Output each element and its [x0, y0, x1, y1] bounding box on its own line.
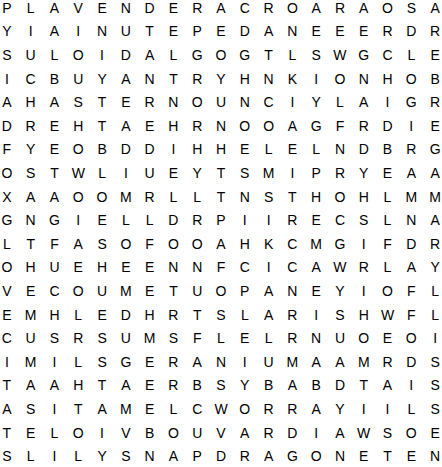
cell-r13c9[interactable]: U — [185, 279, 209, 303]
cell-r7c10[interactable]: H — [209, 138, 233, 162]
cell-r4c15[interactable]: O — [328, 67, 352, 91]
cell-r11c13[interactable]: C — [280, 232, 304, 256]
cell-r18c1[interactable]: A — [0, 397, 19, 421]
cell-r18c4[interactable]: T — [66, 397, 90, 421]
cell-r10c15[interactable]: C — [328, 208, 352, 232]
cell-r3c9[interactable]: G — [185, 43, 209, 67]
cell-r14c2[interactable]: M — [19, 303, 43, 327]
cell-r6c3[interactable]: E — [43, 114, 67, 138]
cell-r12c19[interactable]: Y — [423, 256, 442, 280]
cell-r8c10[interactable]: T — [209, 161, 233, 185]
cell-r12c17[interactable]: L — [376, 256, 400, 280]
cell-r2c18[interactable]: D — [399, 20, 423, 44]
cell-r15c18[interactable]: O — [399, 326, 423, 350]
cell-r14c1[interactable]: E — [0, 303, 19, 327]
cell-r17c16[interactable]: T — [352, 374, 376, 398]
cell-r7c7[interactable]: D — [138, 138, 162, 162]
cell-r20c19[interactable]: N — [423, 444, 442, 467]
cell-r2c10[interactable]: E — [209, 20, 233, 44]
cell-r13c1[interactable]: V — [0, 279, 19, 303]
cell-r6c17[interactable]: D — [376, 114, 400, 138]
cell-r17c6[interactable]: A — [114, 374, 138, 398]
cell-r5c15[interactable]: L — [328, 90, 352, 114]
cell-r4c13[interactable]: K — [280, 67, 304, 91]
cell-r17c7[interactable]: E — [138, 374, 162, 398]
cell-r7c12[interactable]: L — [257, 138, 281, 162]
cell-r2c14[interactable]: E — [304, 20, 328, 44]
cell-r5c13[interactable]: I — [280, 90, 304, 114]
cell-r4c16[interactable]: N — [352, 67, 376, 91]
cell-r1c12[interactable]: R — [257, 0, 281, 20]
cell-r16c3[interactable]: I — [43, 350, 67, 374]
cell-r8c1[interactable]: O — [0, 161, 19, 185]
cell-r6c12[interactable]: O — [257, 114, 281, 138]
cell-r16c5[interactable]: S — [90, 350, 114, 374]
cell-r5c14[interactable]: Y — [304, 90, 328, 114]
cell-r14c6[interactable]: D — [114, 303, 138, 327]
cell-r5c10[interactable]: U — [209, 90, 233, 114]
cell-r9c12[interactable]: S — [257, 185, 281, 209]
cell-r15c8[interactable]: S — [162, 326, 186, 350]
cell-r19c19[interactable]: E — [423, 421, 442, 445]
cell-r2c2[interactable]: I — [19, 20, 43, 44]
cell-r13c7[interactable]: E — [138, 279, 162, 303]
cell-r3c17[interactable]: C — [376, 43, 400, 67]
cell-r18c18[interactable]: L — [399, 397, 423, 421]
cell-r12c1[interactable]: O — [0, 256, 19, 280]
cell-r7c19[interactable]: G — [423, 138, 442, 162]
cell-r3c16[interactable]: G — [352, 43, 376, 67]
cell-r2c4[interactable]: I — [66, 20, 90, 44]
cell-r7c14[interactable]: L — [304, 138, 328, 162]
cell-r7c16[interactable]: D — [352, 138, 376, 162]
cell-r7c8[interactable]: I — [162, 138, 186, 162]
cell-r5c4[interactable]: S — [66, 90, 90, 114]
cell-r3c7[interactable]: A — [138, 43, 162, 67]
cell-r3c10[interactable]: O — [209, 43, 233, 67]
cell-r17c14[interactable]: B — [304, 374, 328, 398]
cell-r1c17[interactable]: O — [376, 0, 400, 20]
cell-r9c10[interactable]: T — [209, 185, 233, 209]
cell-r15c3[interactable]: S — [43, 326, 67, 350]
cell-r20c16[interactable]: E — [352, 444, 376, 467]
cell-r7c18[interactable]: R — [399, 138, 423, 162]
cell-r5c17[interactable]: I — [376, 90, 400, 114]
cell-r1c7[interactable]: D — [138, 0, 162, 20]
cell-r3c4[interactable]: O — [66, 43, 90, 67]
cell-r5c11[interactable]: N — [233, 90, 257, 114]
cell-r19c3[interactable]: L — [43, 421, 67, 445]
cell-r1c8[interactable]: E — [162, 0, 186, 20]
cell-r11c16[interactable]: I — [352, 232, 376, 256]
cell-r10c2[interactable]: N — [19, 208, 43, 232]
cell-r14c17[interactable]: W — [376, 303, 400, 327]
cell-r18c12[interactable]: R — [257, 397, 281, 421]
cell-r18c6[interactable]: M — [114, 397, 138, 421]
cell-r5c12[interactable]: C — [257, 90, 281, 114]
cell-r14c12[interactable]: A — [257, 303, 281, 327]
cell-r15c15[interactable]: U — [328, 326, 352, 350]
cell-r4c1[interactable]: I — [0, 67, 19, 91]
cell-r17c2[interactable]: A — [19, 374, 43, 398]
cell-r2c3[interactable]: A — [43, 20, 67, 44]
cell-r8c12[interactable]: M — [257, 161, 281, 185]
cell-r17c5[interactable]: T — [90, 374, 114, 398]
cell-r17c15[interactable]: D — [328, 374, 352, 398]
cell-r20c5[interactable]: Y — [90, 444, 114, 467]
cell-r15c13[interactable]: R — [280, 326, 304, 350]
cell-r19c14[interactable]: I — [304, 421, 328, 445]
cell-r4c7[interactable]: N — [138, 67, 162, 91]
cell-r1c5[interactable]: E — [90, 0, 114, 20]
cell-r14c4[interactable]: L — [66, 303, 90, 327]
cell-r10c8[interactable]: D — [162, 208, 186, 232]
cell-r14c18[interactable]: F — [399, 303, 423, 327]
cell-r10c1[interactable]: G — [0, 208, 19, 232]
cell-r8c7[interactable]: U — [138, 161, 162, 185]
cell-r19c8[interactable]: O — [162, 421, 186, 445]
cell-r12c5[interactable]: H — [90, 256, 114, 280]
cell-r6c15[interactable]: F — [328, 114, 352, 138]
cell-r7c17[interactable]: B — [376, 138, 400, 162]
cell-r11c15[interactable]: G — [328, 232, 352, 256]
cell-r8c17[interactable]: E — [376, 161, 400, 185]
cell-r8c2[interactable]: S — [19, 161, 43, 185]
cell-r18c5[interactable]: A — [90, 397, 114, 421]
cell-r3c13[interactable]: L — [280, 43, 304, 67]
cell-r5c16[interactable]: A — [352, 90, 376, 114]
cell-r11c11[interactable]: H — [233, 232, 257, 256]
cell-r18c16[interactable]: I — [352, 397, 376, 421]
cell-r10c16[interactable]: S — [352, 208, 376, 232]
cell-r20c14[interactable]: O — [304, 444, 328, 467]
cell-r19c17[interactable]: S — [376, 421, 400, 445]
cell-r8c6[interactable]: I — [114, 161, 138, 185]
cell-r9c4[interactable]: O — [66, 185, 90, 209]
cell-r14c9[interactable]: T — [185, 303, 209, 327]
cell-r8c11[interactable]: S — [233, 161, 257, 185]
cell-r6c4[interactable]: H — [66, 114, 90, 138]
cell-r3c3[interactable]: L — [43, 43, 67, 67]
cell-r20c3[interactable]: I — [43, 444, 67, 467]
cell-r13c16[interactable]: I — [352, 279, 376, 303]
cell-r3c5[interactable]: I — [90, 43, 114, 67]
cell-r14c13[interactable]: R — [280, 303, 304, 327]
cell-r20c10[interactable]: D — [209, 444, 233, 467]
cell-r7c15[interactable]: N — [328, 138, 352, 162]
cell-r19c7[interactable]: B — [138, 421, 162, 445]
cell-r19c1[interactable]: T — [0, 421, 19, 445]
cell-r3c12[interactable]: T — [257, 43, 281, 67]
cell-r20c11[interactable]: R — [233, 444, 257, 467]
cell-r8c16[interactable]: Y — [352, 161, 376, 185]
cell-r12c9[interactable]: N — [185, 256, 209, 280]
cell-r7c4[interactable]: O — [66, 138, 90, 162]
cell-r5c8[interactable]: N — [162, 90, 186, 114]
cell-r18c14[interactable]: A — [304, 397, 328, 421]
cell-r7c5[interactable]: B — [90, 138, 114, 162]
cell-r18c17[interactable]: I — [376, 397, 400, 421]
cell-r9c8[interactable]: L — [162, 185, 186, 209]
cell-r16c6[interactable]: G — [114, 350, 138, 374]
cell-r1c1[interactable]: P — [0, 0, 19, 20]
cell-r17c12[interactable]: B — [257, 374, 281, 398]
cell-r10c4[interactable]: I — [66, 208, 90, 232]
cell-r3c6[interactable]: D — [114, 43, 138, 67]
cell-r4c9[interactable]: R — [185, 67, 209, 91]
cell-r18c10[interactable]: W — [209, 397, 233, 421]
cell-r7c1[interactable]: F — [0, 138, 19, 162]
cell-r13c15[interactable]: Y — [328, 279, 352, 303]
cell-r1c4[interactable]: V — [66, 0, 90, 20]
cell-r2c17[interactable]: R — [376, 20, 400, 44]
cell-r18c2[interactable]: S — [19, 397, 43, 421]
cell-r12c7[interactable]: E — [138, 256, 162, 280]
cell-r1c16[interactable]: A — [352, 0, 376, 20]
cell-r13c17[interactable]: O — [376, 279, 400, 303]
cell-r4c2[interactable]: C — [19, 67, 43, 91]
cell-r5c1[interactable]: A — [0, 90, 19, 114]
cell-r14c7[interactable]: H — [138, 303, 162, 327]
cell-r2c9[interactable]: P — [185, 20, 209, 44]
cell-r11c8[interactable]: O — [162, 232, 186, 256]
cell-r9c14[interactable]: H — [304, 185, 328, 209]
cell-r9c3[interactable]: A — [43, 185, 67, 209]
cell-r5c3[interactable]: A — [43, 90, 67, 114]
cell-r1c13[interactable]: O — [280, 0, 304, 20]
cell-r1c15[interactable]: R — [328, 0, 352, 20]
cell-r19c18[interactable]: O — [399, 421, 423, 445]
cell-r6c11[interactable]: O — [233, 114, 257, 138]
cell-r2c1[interactable]: Y — [0, 20, 19, 44]
cell-r17c18[interactable]: I — [399, 374, 423, 398]
cell-r7c9[interactable]: H — [185, 138, 209, 162]
cell-r19c6[interactable]: V — [114, 421, 138, 445]
cell-r1c18[interactable]: S — [399, 0, 423, 20]
cell-r6c5[interactable]: T — [90, 114, 114, 138]
cell-r6c1[interactable]: D — [0, 114, 19, 138]
cell-r13c11[interactable]: P — [233, 279, 257, 303]
cell-r3c18[interactable]: L — [399, 43, 423, 67]
cell-r11c6[interactable]: O — [114, 232, 138, 256]
cell-r4c18[interactable]: O — [399, 67, 423, 91]
cell-r10c11[interactable]: I — [233, 208, 257, 232]
cell-r10c19[interactable]: A — [423, 208, 442, 232]
cell-r20c1[interactable]: S — [0, 444, 19, 467]
cell-r16c1[interactable]: I — [0, 350, 19, 374]
cell-r1c2[interactable]: L — [19, 0, 43, 20]
cell-r11c4[interactable]: A — [66, 232, 90, 256]
cell-r9c11[interactable]: N — [233, 185, 257, 209]
cell-r4c12[interactable]: N — [257, 67, 281, 91]
cell-r8c14[interactable]: P — [304, 161, 328, 185]
cell-r11c7[interactable]: F — [138, 232, 162, 256]
cell-r18c13[interactable]: R — [280, 397, 304, 421]
cell-r15c11[interactable]: E — [233, 326, 257, 350]
cell-r5c19[interactable]: R — [423, 90, 442, 114]
cell-r2c5[interactable]: N — [90, 20, 114, 44]
cell-r12c3[interactable]: U — [43, 256, 67, 280]
cell-r10c18[interactable]: N — [399, 208, 423, 232]
cell-r2c6[interactable]: U — [114, 20, 138, 44]
cell-r12c12[interactable]: I — [257, 256, 281, 280]
cell-r13c14[interactable]: E — [304, 279, 328, 303]
cell-r16c7[interactable]: E — [138, 350, 162, 374]
cell-r9c7[interactable]: R — [138, 185, 162, 209]
cell-r6c16[interactable]: R — [352, 114, 376, 138]
cell-r18c3[interactable]: I — [43, 397, 67, 421]
cell-r17c11[interactable]: Y — [233, 374, 257, 398]
cell-r4c8[interactable]: T — [162, 67, 186, 91]
cell-r11c17[interactable]: F — [376, 232, 400, 256]
cell-r8c19[interactable]: A — [423, 161, 442, 185]
cell-r13c12[interactable]: A — [257, 279, 281, 303]
cell-r15c1[interactable]: C — [0, 326, 19, 350]
cell-r19c11[interactable]: A — [233, 421, 257, 445]
cell-r19c10[interactable]: V — [209, 421, 233, 445]
cell-r20c12[interactable]: A — [257, 444, 281, 467]
cell-r8c3[interactable]: T — [43, 161, 67, 185]
cell-r15c19[interactable]: I — [423, 326, 442, 350]
cell-r4c6[interactable]: A — [114, 67, 138, 91]
cell-r17c10[interactable]: S — [209, 374, 233, 398]
cell-r3c2[interactable]: U — [19, 43, 43, 67]
cell-r12c18[interactable]: A — [399, 256, 423, 280]
cell-r6c2[interactable]: R — [19, 114, 43, 138]
cell-r3c1[interactable]: S — [0, 43, 19, 67]
cell-r10c6[interactable]: L — [114, 208, 138, 232]
cell-r8c4[interactable]: W — [66, 161, 90, 185]
cell-r20c17[interactable]: T — [376, 444, 400, 467]
cell-r2c16[interactable]: E — [352, 20, 376, 44]
cell-r4c11[interactable]: H — [233, 67, 257, 91]
cell-r12c10[interactable]: F — [209, 256, 233, 280]
cell-r5c9[interactable]: O — [185, 90, 209, 114]
cell-r10c7[interactable]: L — [138, 208, 162, 232]
cell-r1c19[interactable]: A — [423, 0, 442, 20]
cell-r17c19[interactable]: S — [423, 374, 442, 398]
cell-r19c9[interactable]: U — [185, 421, 209, 445]
cell-r8c15[interactable]: R — [328, 161, 352, 185]
cell-r2c13[interactable]: N — [280, 20, 304, 44]
cell-r3c19[interactable]: E — [423, 43, 442, 67]
cell-r6c7[interactable]: E — [138, 114, 162, 138]
cell-r10c14[interactable]: E — [304, 208, 328, 232]
cell-r18c15[interactable]: Y — [328, 397, 352, 421]
cell-r16c18[interactable]: D — [399, 350, 423, 374]
cell-r6c9[interactable]: R — [185, 114, 209, 138]
cell-r16c17[interactable]: R — [376, 350, 400, 374]
cell-r11c19[interactable]: R — [423, 232, 442, 256]
cell-r16c10[interactable]: N — [209, 350, 233, 374]
cell-r15c5[interactable]: S — [90, 326, 114, 350]
cell-r18c9[interactable]: C — [185, 397, 209, 421]
cell-r8c9[interactable]: Y — [185, 161, 209, 185]
cell-r15c6[interactable]: U — [114, 326, 138, 350]
cell-r14c3[interactable]: H — [43, 303, 67, 327]
cell-r10c12[interactable]: I — [257, 208, 281, 232]
cell-r12c14[interactable]: A — [304, 256, 328, 280]
cell-r20c8[interactable]: A — [162, 444, 186, 467]
cell-r8c18[interactable]: A — [399, 161, 423, 185]
cell-r12c8[interactable]: N — [162, 256, 186, 280]
cell-r19c5[interactable]: I — [90, 421, 114, 445]
cell-r9c5[interactable]: O — [90, 185, 114, 209]
cell-r16c2[interactable]: M — [19, 350, 43, 374]
cell-r17c8[interactable]: R — [162, 374, 186, 398]
cell-r14c14[interactable]: I — [304, 303, 328, 327]
cell-r14c11[interactable]: L — [233, 303, 257, 327]
cell-r7c6[interactable]: D — [114, 138, 138, 162]
cell-r8c13[interactable]: I — [280, 161, 304, 185]
cell-r1c11[interactable]: C — [233, 0, 257, 20]
cell-r2c12[interactable]: A — [257, 20, 281, 44]
cell-r4c4[interactable]: U — [66, 67, 90, 91]
cell-r17c4[interactable]: H — [66, 374, 90, 398]
cell-r2c11[interactable]: D — [233, 20, 257, 44]
cell-r15c9[interactable]: F — [185, 326, 209, 350]
cell-r11c12[interactable]: K — [257, 232, 281, 256]
cell-r18c7[interactable]: E — [138, 397, 162, 421]
cell-r16c11[interactable]: I — [233, 350, 257, 374]
cell-r20c7[interactable]: N — [138, 444, 162, 467]
cell-r16c13[interactable]: M — [280, 350, 304, 374]
cell-r13c10[interactable]: O — [209, 279, 233, 303]
cell-r13c3[interactable]: C — [43, 279, 67, 303]
cell-r11c9[interactable]: O — [185, 232, 209, 256]
cell-r15c16[interactable]: O — [352, 326, 376, 350]
cell-r10c17[interactable]: L — [376, 208, 400, 232]
cell-r6c8[interactable]: H — [162, 114, 186, 138]
cell-r7c13[interactable]: E — [280, 138, 304, 162]
cell-r2c7[interactable]: T — [138, 20, 162, 44]
cell-r13c19[interactable]: L — [423, 279, 442, 303]
cell-r4c3[interactable]: B — [43, 67, 67, 91]
cell-r12c11[interactable]: C — [233, 256, 257, 280]
cell-r20c6[interactable]: S — [114, 444, 138, 467]
cell-r20c15[interactable]: N — [328, 444, 352, 467]
cell-r13c4[interactable]: O — [66, 279, 90, 303]
cell-r13c18[interactable]: F — [399, 279, 423, 303]
cell-r20c4[interactable]: L — [66, 444, 90, 467]
cell-r10c5[interactable]: E — [90, 208, 114, 232]
cell-r12c2[interactable]: H — [19, 256, 43, 280]
cell-r18c8[interactable]: L — [162, 397, 186, 421]
cell-r14c5[interactable]: E — [90, 303, 114, 327]
cell-r20c13[interactable]: G — [280, 444, 304, 467]
cell-r2c8[interactable]: E — [162, 20, 186, 44]
cell-r10c9[interactable]: R — [185, 208, 209, 232]
cell-r7c11[interactable]: E — [233, 138, 257, 162]
cell-r8c5[interactable]: L — [90, 161, 114, 185]
cell-r4c14[interactable]: I — [304, 67, 328, 91]
cell-r17c13[interactable]: A — [280, 374, 304, 398]
cell-r16c19[interactable]: S — [423, 350, 442, 374]
cell-r15c14[interactable]: N — [304, 326, 328, 350]
cell-r1c9[interactable]: R — [185, 0, 209, 20]
cell-r10c13[interactable]: R — [280, 208, 304, 232]
cell-r2c19[interactable]: R — [423, 20, 442, 44]
cell-r15c10[interactable]: L — [209, 326, 233, 350]
cell-r3c15[interactable]: W — [328, 43, 352, 67]
cell-r17c17[interactable]: A — [376, 374, 400, 398]
cell-r1c10[interactable]: A — [209, 0, 233, 20]
cell-r16c15[interactable]: A — [328, 350, 352, 374]
cell-r1c6[interactable]: N — [114, 0, 138, 20]
cell-r11c2[interactable]: T — [19, 232, 43, 256]
cell-r19c15[interactable]: A — [328, 421, 352, 445]
cell-r14c16[interactable]: H — [352, 303, 376, 327]
